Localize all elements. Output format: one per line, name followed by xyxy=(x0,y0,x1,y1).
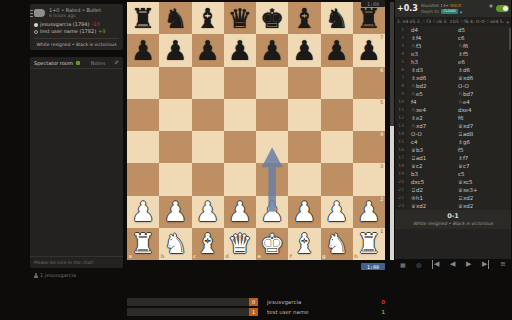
square-a2[interactable]: ♟ xyxy=(127,196,159,228)
engine-depth: Depth 51 xyxy=(421,9,440,14)
white-clock: 1:00 xyxy=(361,263,385,270)
flip-board-button[interactable]: ▦ xyxy=(400,260,406,269)
eval-gauge xyxy=(390,2,394,260)
player-list: jesusvgarcia (1794)-10test user name (17… xyxy=(34,21,119,39)
lichess-game-page: 1+0 • Rated • Bullet 6 hours ago jesusvg… xyxy=(0,0,512,320)
move-number: 16 xyxy=(395,146,406,154)
meta-result-text: White resigned • Black is victorious xyxy=(34,42,119,47)
next-move-button[interactable]: ▶ xyxy=(466,260,471,269)
piece-black-king[interactable]: ♚ xyxy=(256,2,288,34)
black-move[interactable]: ♗f5 xyxy=(458,50,511,58)
square-h6[interactable]: 6 xyxy=(353,67,385,99)
player-name: jesusvgarcia (1794) xyxy=(40,21,89,28)
black-move[interactable]: ♘f6 xyxy=(458,42,511,50)
rating-diff: +9 xyxy=(98,28,105,35)
move-number: 14 xyxy=(395,130,406,138)
white-move[interactable]: ♕c2 xyxy=(406,162,458,170)
game-meta-box: 1+0 • Rated • Bullet 6 hours ago jesusvg… xyxy=(30,4,123,50)
white-move[interactable]: dxc5 xyxy=(406,178,458,186)
square-g1[interactable]: ♞g xyxy=(321,228,353,260)
square-a3[interactable] xyxy=(127,163,159,195)
square-f8[interactable]: ♝ xyxy=(288,2,320,34)
piece-white-pawn[interactable]: ♟ xyxy=(127,196,159,228)
piece-black-pawn[interactable]: ♟ xyxy=(192,34,224,66)
move-number: 12 xyxy=(395,114,406,122)
move-row: 9♘e5♘bd7 xyxy=(395,90,511,98)
move-row: 11♘xe4dxe4 xyxy=(395,106,511,114)
move-number: 9 xyxy=(395,90,406,98)
chat-input-placeholder: Please be nice in the chat! xyxy=(34,260,94,265)
black-move[interactable]: ♕xd6 xyxy=(458,74,511,82)
move-row: 5h3e6 xyxy=(395,58,511,66)
black-move[interactable]: c6 xyxy=(458,34,511,42)
game-results-strip: 1 xyxy=(127,308,258,316)
result-text: White resigned • Black is victorious xyxy=(395,221,511,226)
square-h3[interactable]: 3 xyxy=(353,163,385,195)
analysis-button[interactable]: ◎ xyxy=(416,260,421,269)
piece-black-pawn[interactable]: ♟ xyxy=(224,34,256,66)
last-move-button[interactable]: ▶ xyxy=(482,260,489,269)
file-coordinate: e xyxy=(258,254,261,259)
white-move[interactable]: ♔h1 xyxy=(406,194,458,202)
white-move[interactable]: c4 xyxy=(406,138,458,146)
move-row: 14O-O♖ad8 xyxy=(395,130,511,138)
square-f5[interactable] xyxy=(288,99,320,131)
piece-white-bishop[interactable]: ♝ xyxy=(192,228,224,260)
chat-messages xyxy=(30,69,123,256)
square-d1[interactable]: ♛d xyxy=(224,228,256,260)
square-f2[interactable]: ♟ xyxy=(288,196,320,228)
square-f6[interactable] xyxy=(288,67,320,99)
piece-black-knight[interactable]: ♞ xyxy=(159,2,191,34)
square-f1[interactable]: ♝f xyxy=(288,228,320,260)
black-move[interactable]: ♖ad8 xyxy=(458,130,511,138)
piece-white-pawn[interactable]: ♟ xyxy=(192,196,224,228)
move-row: 7♗xd6♕xd6 xyxy=(395,74,511,82)
player-name: test user name (1782) xyxy=(40,28,96,35)
square-f4[interactable] xyxy=(288,131,320,163)
analysis-panel: +0.3 Stockfish 14+ NNUE Depth 51 CLOUD ▾… xyxy=(395,0,511,270)
crosstable-total-score: 0 xyxy=(375,299,385,305)
black-move[interactable]: f6 xyxy=(458,114,511,122)
move-list: 1d4d52♗f4c63♘f3♘f64e3♗f55h3e66♗d3♗d67♗xd… xyxy=(395,26,511,210)
square-b1[interactable]: ♞b xyxy=(159,228,191,260)
engine-name: Stockfish 14+ NNUE xyxy=(421,3,486,8)
move-number: 21 xyxy=(395,186,406,194)
square-c6[interactable] xyxy=(192,67,224,99)
square-c7[interactable]: ♟ xyxy=(192,34,224,66)
piece-black-pawn[interactable]: ♟ xyxy=(159,34,191,66)
square-b4[interactable] xyxy=(159,131,191,163)
move-row: 16♕b3f5 xyxy=(395,146,511,154)
piece-black-pawn[interactable]: ♟ xyxy=(321,34,353,66)
move-row: 13♘xd7♕xd7 xyxy=(395,122,511,130)
square-d8[interactable]: ♛ xyxy=(224,2,256,34)
white-move[interactable]: ♖ad1 xyxy=(406,154,458,162)
move-row: 15c4♗g6 xyxy=(395,138,511,146)
rating-diff: -10 xyxy=(91,21,99,28)
square-g5[interactable] xyxy=(321,99,353,131)
black-move[interactable]: dxe4 xyxy=(458,106,511,114)
cloud-badge: CLOUD xyxy=(441,9,457,14)
piece-white-pawn[interactable]: ♟ xyxy=(224,196,256,228)
player-row[interactable]: test user name (1782)+9 xyxy=(34,28,119,35)
white-move[interactable]: ♘xd7 xyxy=(406,122,458,130)
tab-spectator-room[interactable]: Spectator room xyxy=(34,60,73,66)
move-number: 11 xyxy=(395,106,406,114)
result-strip: 0-1 White resigned • Black is victorious xyxy=(395,210,511,229)
piece-black-queen[interactable]: ♛ xyxy=(224,2,256,34)
black-move[interactable]: e6 xyxy=(458,58,511,66)
white-move[interactable]: ♗d3 xyxy=(406,66,458,74)
white-move[interactable]: ♕xd2 xyxy=(406,202,458,210)
square-a5[interactable] xyxy=(127,99,159,131)
black-move[interactable]: ♘bd7 xyxy=(458,90,511,98)
white-move[interactable]: h3 xyxy=(406,58,458,66)
engine-toggle[interactable] xyxy=(496,5,509,12)
current-game-result[interactable]: 1 xyxy=(249,308,258,316)
black-move[interactable]: ♕c7 xyxy=(458,162,511,170)
move-row: 8♘bd2O-O xyxy=(395,82,511,90)
move-row: 23♕xd2♕xd2 xyxy=(395,202,511,210)
black-clock: 1:00 xyxy=(361,0,385,7)
piece-black-pawn[interactable]: ♟ xyxy=(288,34,320,66)
pv-collapse-icon[interactable]: ▾ xyxy=(506,19,509,25)
square-c8[interactable]: ♝ xyxy=(192,2,224,34)
black-move[interactable]: ♘e4 xyxy=(458,98,511,106)
white-move[interactable]: f4 xyxy=(406,98,458,106)
square-e5[interactable] xyxy=(256,99,288,131)
square-e4[interactable] xyxy=(256,131,288,163)
move-row: 18♕c2♕c7 xyxy=(395,162,511,170)
square-g8[interactable]: ♞ xyxy=(321,2,353,34)
square-c3[interactable] xyxy=(192,163,224,195)
quill-icon: ✎ xyxy=(113,60,120,65)
move-row: 4e3♗f5 xyxy=(395,50,511,58)
move-number: 15 xyxy=(395,138,406,146)
move-row: 6♗d3♗d6 xyxy=(395,66,511,74)
result-score: 0-1 xyxy=(395,212,511,220)
black-move[interactable]: ♖xd2 xyxy=(458,194,511,202)
square-c2[interactable]: ♟ xyxy=(192,196,224,228)
square-a8[interactable]: ♜ xyxy=(127,2,159,34)
square-e7[interactable]: ♟ xyxy=(256,34,288,66)
black-disc-icon xyxy=(34,30,38,34)
white-move[interactable]: d4 xyxy=(406,26,458,34)
chevron-down-icon[interactable]: ▾ xyxy=(460,9,463,15)
move-number: 6 xyxy=(395,66,406,74)
white-disc-icon xyxy=(34,23,38,27)
square-d4[interactable] xyxy=(224,131,256,163)
move-number: 7 xyxy=(395,74,406,82)
piece-black-rook[interactable]: ♜ xyxy=(127,2,159,34)
move-number: 17 xyxy=(395,154,406,162)
piece-white-bishop[interactable]: ♝ xyxy=(288,228,320,260)
move-number: 23 xyxy=(395,202,406,210)
square-f3[interactable] xyxy=(288,163,320,195)
piece-white-pawn[interactable]: ♟ xyxy=(159,196,191,228)
white-move[interactable]: ♗xd6 xyxy=(406,74,458,82)
square-g2[interactable]: ♟ xyxy=(321,196,353,228)
square-h2[interactable]: ♟2 xyxy=(353,196,385,228)
file-coordinate: d xyxy=(225,254,229,259)
square-c1[interactable]: ♝c xyxy=(192,228,224,260)
white-move[interactable]: ♘e5 xyxy=(406,90,458,98)
crosstable-player-name[interactable]: test user name xyxy=(267,309,375,315)
black-move[interactable]: ♕xc5 xyxy=(458,178,511,186)
move-number: 4 xyxy=(395,50,406,58)
piece-white-pawn[interactable]: ♟ xyxy=(256,196,288,228)
crosstable-player-name[interactable]: jesusvgarcia xyxy=(267,299,375,305)
move-number: 1 xyxy=(395,26,406,34)
spectator-list: 1 jesusvgarcia xyxy=(33,272,76,278)
square-h1[interactable]: ♜1h xyxy=(353,228,385,260)
game-age-label: 6 hours ago xyxy=(49,13,101,18)
move-row: 3♘f3♘f6 xyxy=(395,42,511,50)
file-coordinate: g xyxy=(322,254,326,259)
chess-board: ♜♞♝♛♚♝♞♜8♟♟♟♟♟♟♟♟76543♟♟♟♟♟♟♟♟2♜a♞b♝c♛d♚… xyxy=(127,2,385,260)
chat-panel: Spectator room Notes ✎ Please be nice in… xyxy=(30,57,123,268)
file-coordinate: h xyxy=(354,254,358,259)
move-number: 8 xyxy=(395,82,406,90)
spectator-names: 1 jesusvgarcia xyxy=(40,272,76,278)
engine-pv-line[interactable]: 1. e4 e5 2. ♘f3 ♘c6 3. ♗b5 ♘f6 4. O-O ♘x… xyxy=(397,19,506,24)
piece-black-pawn[interactable]: ♟ xyxy=(256,34,288,66)
square-b2[interactable]: ♟ xyxy=(159,196,191,228)
square-a4[interactable] xyxy=(127,131,159,163)
move-number: 2 xyxy=(395,34,406,42)
first-move-button[interactable]: ◀ xyxy=(432,260,439,269)
move-row: 12♗e2f6 xyxy=(395,114,511,122)
crosstable: 0jesusvgarcia01test user name1 xyxy=(127,297,385,317)
piece-black-bishop[interactable]: ♝ xyxy=(288,2,320,34)
move-number: 22 xyxy=(395,194,406,202)
game-results-strip: 0 xyxy=(127,298,258,306)
file-coordinate: a xyxy=(129,254,132,259)
piece-black-knight[interactable]: ♞ xyxy=(321,2,353,34)
rank-coordinate: 7 xyxy=(380,35,383,40)
room-on-indicator[interactable] xyxy=(76,61,80,65)
square-a6[interactable] xyxy=(127,67,159,99)
piece-white-pawn[interactable]: ♟ xyxy=(321,196,353,228)
white-move[interactable]: ♗e2 xyxy=(406,114,458,122)
scrollbar[interactable] xyxy=(509,28,511,50)
panel-spacer xyxy=(395,229,511,259)
square-b5[interactable] xyxy=(159,99,191,131)
crosstable-total-score: 1 xyxy=(375,309,385,315)
square-g4[interactable] xyxy=(321,131,353,163)
square-d6[interactable] xyxy=(224,67,256,99)
white-move[interactable]: ♘xe4 xyxy=(406,106,458,114)
prev-move-button[interactable]: ◀ xyxy=(450,260,455,269)
square-d2[interactable]: ♟ xyxy=(224,196,256,228)
move-row: 1d4d5 xyxy=(395,26,511,34)
rank-coordinate: 2 xyxy=(380,197,383,202)
move-number: 18 xyxy=(395,162,406,170)
black-move[interactable]: ♗f7 xyxy=(458,154,511,162)
black-move[interactable]: ♗d6 xyxy=(458,66,511,74)
square-d7[interactable]: ♟ xyxy=(224,34,256,66)
white-move[interactable]: ♕b3 xyxy=(406,146,458,154)
move-row: 22♔h1♖xd2 xyxy=(395,194,511,202)
move-number: 5 xyxy=(395,58,406,66)
move-row: 19b3c5 xyxy=(395,170,511,178)
square-b3[interactable] xyxy=(159,163,191,195)
rank-coordinate: 3 xyxy=(380,164,383,169)
tab-notes[interactable]: Notes xyxy=(91,60,105,66)
square-g3[interactable] xyxy=(321,163,353,195)
player-row[interactable]: jesusvgarcia (1794)-10 xyxy=(34,21,119,28)
white-move[interactable]: ♗f4 xyxy=(406,34,458,42)
square-f7[interactable]: ♟ xyxy=(288,34,320,66)
move-row: 2♗f4c6 xyxy=(395,34,511,42)
chat-input[interactable]: Please be nice in the chat! xyxy=(30,256,123,268)
square-g7[interactable]: ♟ xyxy=(321,34,353,66)
square-e6[interactable] xyxy=(256,67,288,99)
piece-black-bishop[interactable]: ♝ xyxy=(192,2,224,34)
white-move[interactable]: ♘f3 xyxy=(406,42,458,50)
move-number: 20 xyxy=(395,178,406,186)
black-move[interactable]: ♗g6 xyxy=(458,138,511,146)
white-move[interactable]: ♖d2 xyxy=(406,186,458,194)
black-move[interactable]: ♕xd2 xyxy=(458,202,511,210)
file-coordinate: c xyxy=(193,254,196,259)
move-number: 13 xyxy=(395,122,406,130)
engine-eval: +0.3 xyxy=(397,4,418,13)
move-number: 3 xyxy=(395,42,406,50)
black-move[interactable]: O-O xyxy=(458,82,511,90)
square-g6[interactable] xyxy=(321,67,353,99)
move-number: 10 xyxy=(395,98,406,106)
crosstable-row: 0jesusvgarcia0 xyxy=(127,297,385,307)
square-h7[interactable]: ♟7 xyxy=(353,34,385,66)
piece-white-pawn[interactable]: ♟ xyxy=(288,196,320,228)
square-b8[interactable]: ♞ xyxy=(159,2,191,34)
square-a1[interactable]: ♜a xyxy=(127,228,159,260)
black-move[interactable]: ♕xe3+ xyxy=(458,186,511,194)
rank-coordinate: 5 xyxy=(380,100,383,105)
square-d3[interactable] xyxy=(224,163,256,195)
move-row: 20dxc5♕xc5 xyxy=(395,178,511,186)
white-move[interactable]: e3 xyxy=(406,50,458,58)
black-move[interactable]: c5 xyxy=(458,170,511,178)
crosstable-row: 1test user name1 xyxy=(127,307,385,317)
file-coordinate: b xyxy=(161,254,165,259)
square-d5[interactable] xyxy=(224,99,256,131)
square-e3[interactable] xyxy=(256,163,288,195)
square-c4[interactable] xyxy=(192,131,224,163)
move-number: 19 xyxy=(395,170,406,178)
square-b6[interactable] xyxy=(159,67,191,99)
square-b7[interactable]: ♟ xyxy=(159,34,191,66)
rank-coordinate: 1 xyxy=(380,229,383,234)
playback-controls: ▦◎◀◀▶▶≡ xyxy=(395,259,511,270)
black-move[interactable]: d5 xyxy=(458,26,511,34)
white-move[interactable]: b3 xyxy=(406,170,458,178)
square-h5[interactable]: 5 xyxy=(353,99,385,131)
piece-black-pawn[interactable]: ♟ xyxy=(127,34,159,66)
square-h4[interactable]: 4 xyxy=(353,131,385,163)
move-row: 17♖ad1♗f7 xyxy=(395,154,511,162)
square-e8[interactable]: ♚ xyxy=(256,2,288,34)
move-row: 21♖d2♕xe3+ xyxy=(395,186,511,194)
person-icon xyxy=(33,273,38,278)
square-a7[interactable]: ♟ xyxy=(127,34,159,66)
current-game-result[interactable]: 0 xyxy=(249,298,258,306)
menu-button[interactable]: ≡ xyxy=(500,260,506,269)
square-e1[interactable]: ♚e xyxy=(256,228,288,260)
white-move[interactable]: O-O xyxy=(406,130,458,138)
black-move[interactable]: f5 xyxy=(458,146,511,154)
engine-settings-icon[interactable]: * xyxy=(489,6,493,12)
move-row: 10f4♘e4 xyxy=(395,98,511,106)
bullet-icon xyxy=(34,9,45,17)
white-move[interactable]: ♘bd2 xyxy=(406,82,458,90)
square-c5[interactable] xyxy=(192,99,224,131)
black-move[interactable]: ♕xd7 xyxy=(458,122,511,130)
square-e2[interactable]: ♟ xyxy=(256,196,288,228)
rank-coordinate: 6 xyxy=(380,68,383,73)
rank-coordinate: 4 xyxy=(380,132,383,137)
file-coordinate: f xyxy=(290,254,292,259)
